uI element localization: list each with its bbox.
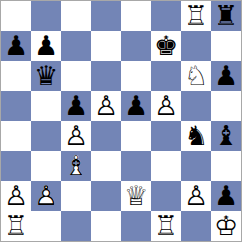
square-g6[interactable]: ♞♘ xyxy=(181,61,211,91)
square-c1[interactable] xyxy=(61,211,91,241)
square-h1[interactable]: ♚♔ xyxy=(211,211,241,241)
black-queen-glyph: ♛ xyxy=(31,61,61,91)
square-g3[interactable] xyxy=(181,151,211,181)
square-f5[interactable]: ♟♙ xyxy=(151,91,181,121)
square-b1[interactable] xyxy=(31,211,61,241)
square-d8[interactable] xyxy=(91,1,121,31)
black-bishop-glyph: ♝ xyxy=(211,121,241,151)
square-f6[interactable] xyxy=(151,61,181,91)
white-bishop-outline-glyph: ♗ xyxy=(61,151,91,181)
square-d5[interactable]: ♟♙ xyxy=(91,91,121,121)
square-f2[interactable] xyxy=(151,181,181,211)
white-pawn-outline-glyph: ♙ xyxy=(151,91,181,121)
square-h8[interactable]: ♜ xyxy=(211,1,241,31)
square-b2[interactable]: ♟♙ xyxy=(31,181,61,211)
square-e5[interactable]: ♟ xyxy=(121,91,151,121)
black-pawn-glyph: ♟ xyxy=(121,91,151,121)
square-f7[interactable]: ♚ xyxy=(151,31,181,61)
white-rook-outline-glyph: ♖ xyxy=(1,211,31,241)
white-pawn-outline-glyph: ♙ xyxy=(31,181,61,211)
white-rook[interactable]: ♜♖ xyxy=(151,211,181,241)
square-d3[interactable] xyxy=(91,151,121,181)
black-bishop[interactable]: ♝ xyxy=(211,121,241,151)
black-rook[interactable]: ♜ xyxy=(211,1,241,31)
square-e1[interactable] xyxy=(121,211,151,241)
square-e3[interactable] xyxy=(121,151,151,181)
white-bishop[interactable]: ♝♗ xyxy=(61,151,91,181)
square-a8[interactable] xyxy=(1,1,31,31)
square-f1[interactable]: ♜♖ xyxy=(151,211,181,241)
square-g1[interactable] xyxy=(181,211,211,241)
square-d4[interactable] xyxy=(91,121,121,151)
square-e2[interactable]: ♛♕ xyxy=(121,181,151,211)
square-c4[interactable]: ♟♙ xyxy=(61,121,91,151)
square-b7[interactable]: ♟ xyxy=(31,31,61,61)
white-king-outline-glyph: ♔ xyxy=(211,211,241,241)
square-a5[interactable] xyxy=(1,91,31,121)
square-g8[interactable]: ♜♖ xyxy=(181,1,211,31)
black-pawn[interactable]: ♟ xyxy=(31,31,61,61)
square-d7[interactable] xyxy=(91,31,121,61)
square-g5[interactable] xyxy=(181,91,211,121)
square-e8[interactable] xyxy=(121,1,151,31)
black-rook-glyph: ♜ xyxy=(211,1,241,31)
square-b5[interactable] xyxy=(31,91,61,121)
square-a6[interactable] xyxy=(1,61,31,91)
square-c5[interactable]: ♟ xyxy=(61,91,91,121)
square-h5[interactable] xyxy=(211,91,241,121)
white-king[interactable]: ♚♔ xyxy=(211,211,241,241)
square-e4[interactable] xyxy=(121,121,151,151)
square-f3[interactable] xyxy=(151,151,181,181)
square-g7[interactable] xyxy=(181,31,211,61)
square-d6[interactable] xyxy=(91,61,121,91)
square-a2[interactable]: ♟♙ xyxy=(1,181,31,211)
square-h2[interactable]: ♟ xyxy=(211,181,241,211)
black-pawn[interactable]: ♟ xyxy=(1,31,31,61)
square-a4[interactable] xyxy=(1,121,31,151)
square-c8[interactable] xyxy=(61,1,91,31)
square-c2[interactable] xyxy=(61,181,91,211)
square-f8[interactable] xyxy=(151,1,181,31)
square-b4[interactable] xyxy=(31,121,61,151)
white-pawn[interactable]: ♟♙ xyxy=(151,91,181,121)
square-c3[interactable]: ♝♗ xyxy=(61,151,91,181)
black-pawn[interactable]: ♟ xyxy=(211,61,241,91)
white-queen-outline-glyph: ♕ xyxy=(121,181,151,211)
square-g4[interactable]: ♞ xyxy=(181,121,211,151)
black-knight-glyph: ♞ xyxy=(181,121,211,151)
white-rook[interactable]: ♜♖ xyxy=(181,1,211,31)
white-rook[interactable]: ♜♖ xyxy=(1,211,31,241)
square-b3[interactable] xyxy=(31,151,61,181)
square-f4[interactable] xyxy=(151,121,181,151)
square-c6[interactable] xyxy=(61,61,91,91)
square-a7[interactable]: ♟ xyxy=(1,31,31,61)
square-d2[interactable] xyxy=(91,181,121,211)
white-pawn-outline-glyph: ♙ xyxy=(91,91,121,121)
black-pawn-glyph: ♟ xyxy=(1,31,31,61)
white-pawn[interactable]: ♟♙ xyxy=(181,181,211,211)
white-rook-outline-glyph: ♖ xyxy=(181,1,211,31)
square-h6[interactable]: ♟ xyxy=(211,61,241,91)
black-pawn[interactable]: ♟ xyxy=(211,181,241,211)
black-knight[interactable]: ♞ xyxy=(181,121,211,151)
white-pawn-outline-glyph: ♙ xyxy=(61,121,91,151)
white-pawn[interactable]: ♟♙ xyxy=(31,181,61,211)
square-b6[interactable]: ♛ xyxy=(31,61,61,91)
white-queen[interactable]: ♛♕ xyxy=(121,181,151,211)
black-pawn-glyph: ♟ xyxy=(211,61,241,91)
white-pawn[interactable]: ♟♙ xyxy=(1,181,31,211)
square-a1[interactable]: ♜♖ xyxy=(1,211,31,241)
square-b8[interactable] xyxy=(31,1,61,31)
black-pawn[interactable]: ♟ xyxy=(61,91,91,121)
square-a3[interactable] xyxy=(1,151,31,181)
square-e7[interactable] xyxy=(121,31,151,61)
white-pawn[interactable]: ♟♙ xyxy=(91,91,121,121)
white-pawn-outline-glyph: ♙ xyxy=(1,181,31,211)
black-pawn[interactable]: ♟ xyxy=(121,91,151,121)
white-pawn-outline-glyph: ♙ xyxy=(181,181,211,211)
chess-board: ♜♖♜♟♟♚♛♞♘♟♟♟♙♟♟♙♟♙♞♝♝♗♟♙♟♙♛♕♟♙♟♜♖♜♖♚♔ xyxy=(0,0,242,242)
white-knight[interactable]: ♞♘ xyxy=(181,61,211,91)
square-h3[interactable] xyxy=(211,151,241,181)
white-knight-outline-glyph: ♘ xyxy=(181,61,211,91)
black-pawn-glyph: ♟ xyxy=(31,31,61,61)
square-c7[interactable] xyxy=(61,31,91,61)
white-rook-outline-glyph: ♖ xyxy=(151,211,181,241)
square-g2[interactable]: ♟♙ xyxy=(181,181,211,211)
white-pawn[interactable]: ♟♙ xyxy=(61,121,91,151)
square-h4[interactable]: ♝ xyxy=(211,121,241,151)
black-pawn-glyph: ♟ xyxy=(61,91,91,121)
square-d1[interactable] xyxy=(91,211,121,241)
black-king[interactable]: ♚ xyxy=(151,31,181,61)
black-queen[interactable]: ♛ xyxy=(31,61,61,91)
square-e6[interactable] xyxy=(121,61,151,91)
black-pawn-glyph: ♟ xyxy=(211,181,241,211)
square-h7[interactable] xyxy=(211,31,241,61)
black-king-glyph: ♚ xyxy=(151,31,181,61)
